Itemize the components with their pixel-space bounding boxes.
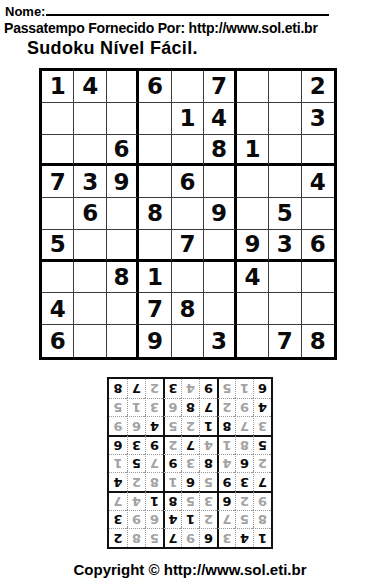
solution-cell: 4: [235, 528, 253, 547]
solution-cell: 4: [109, 472, 127, 491]
puzzle-cell[interactable]: [74, 135, 106, 167]
puzzle-cell[interactable]: [269, 293, 301, 325]
puzzle-cell[interactable]: [107, 230, 139, 262]
solution-cell: 8: [127, 528, 145, 547]
name-blank-line: [46, 2, 329, 16]
solution-cell: 6: [145, 510, 163, 529]
puzzle-cell[interactable]: [302, 198, 334, 230]
puzzle-cell[interactable]: [172, 135, 204, 167]
puzzle-cell[interactable]: 3: [204, 325, 236, 357]
copyright-text: Copyright © http://www.sol.eti.br: [0, 561, 380, 578]
solution-cell: 1: [109, 454, 127, 473]
puzzle-cell[interactable]: [302, 262, 334, 294]
solution-cell: 4: [181, 379, 199, 398]
puzzle-cell[interactable]: 6: [302, 230, 334, 262]
solution-cell: 5: [253, 435, 271, 454]
solution-cell: 9: [145, 435, 163, 454]
puzzle-cell[interactable]: 4: [302, 166, 334, 198]
puzzle-cell[interactable]: 7: [139, 293, 171, 325]
solution-cell: 2: [109, 528, 127, 547]
puzzle-cell[interactable]: [237, 198, 269, 230]
puzzle-cell[interactable]: [269, 262, 301, 294]
puzzle-cell[interactable]: [237, 325, 269, 357]
solution-cell: 3: [145, 398, 163, 417]
solution-grid: 1436975828572146939263581477395618242648…: [107, 377, 273, 549]
puzzle-cell[interactable]: [204, 262, 236, 294]
puzzle-cell[interactable]: [42, 198, 74, 230]
puzzle-cell[interactable]: [269, 166, 301, 198]
solution-cell: 7: [253, 472, 271, 491]
solution-cell: 8: [217, 416, 235, 435]
puzzle-cell[interactable]: 7: [42, 166, 74, 198]
puzzle-cell[interactable]: [172, 325, 204, 357]
puzzle-cell[interactable]: [172, 71, 204, 103]
solution-cell: 5: [163, 416, 181, 435]
solution-cell: 2: [181, 416, 199, 435]
puzzle-cell[interactable]: [42, 262, 74, 294]
solution-cell: 1: [163, 472, 181, 491]
puzzle-cell[interactable]: [42, 135, 74, 167]
puzzle-cell[interactable]: [204, 166, 236, 198]
puzzle-cell[interactable]: 9: [237, 230, 269, 262]
solution-cell: 3: [181, 454, 199, 473]
puzzle-cell[interactable]: [107, 325, 139, 357]
name-label: Nome:: [5, 4, 45, 19]
puzzle-cell[interactable]: [269, 71, 301, 103]
sudoku-grid: 146721436817396468955793681447869378: [39, 68, 337, 360]
solution-cell: 2: [163, 435, 181, 454]
puzzle-cell[interactable]: [139, 230, 171, 262]
name-row: Nome:: [5, 2, 329, 19]
solution-cell: 1: [127, 398, 145, 417]
solution-cell: 9: [217, 472, 235, 491]
puzzle-cell[interactable]: 9: [204, 198, 236, 230]
solution-cell: 5: [199, 472, 217, 491]
puzzle-cell[interactable]: 2: [302, 71, 334, 103]
solution-cell: 7: [181, 435, 199, 454]
solution-cell: 2: [253, 454, 271, 473]
solution-cell: 6: [163, 398, 181, 417]
puzzle-cell[interactable]: [74, 230, 106, 262]
puzzle-cell[interactable]: 8: [139, 198, 171, 230]
puzzle-cell[interactable]: [107, 103, 139, 135]
puzzle-cell[interactable]: 1: [42, 71, 74, 103]
puzzle-cell[interactable]: 8: [107, 262, 139, 294]
solution-cell: 5: [145, 528, 163, 547]
puzzle-cell[interactable]: [139, 135, 171, 167]
solution-cell: 2: [127, 472, 145, 491]
puzzle-cell[interactable]: 9: [107, 166, 139, 198]
solution-cell: 8: [199, 454, 217, 473]
puzzle-cell[interactable]: [42, 103, 74, 135]
solution-cell: 5: [127, 454, 145, 473]
provided-by-text: Passatempo Fornecido Por: http://www.sol…: [4, 20, 318, 36]
puzzle-cell[interactable]: [237, 103, 269, 135]
solution-cell: 6: [253, 379, 271, 398]
puzzle-cell[interactable]: [172, 198, 204, 230]
puzzle-cell[interactable]: [139, 166, 171, 198]
puzzle-cell[interactable]: 6: [172, 166, 204, 198]
solution-cell: 4: [163, 510, 181, 529]
solution-cell: 1: [145, 491, 163, 510]
puzzle-cell[interactable]: 5: [42, 230, 74, 262]
solution-cell: 5: [181, 491, 199, 510]
puzzle-cell[interactable]: [74, 293, 106, 325]
solution-cell: 6: [181, 472, 199, 491]
solution-cell: 4: [127, 491, 145, 510]
puzzle-cell[interactable]: 7: [204, 71, 236, 103]
puzzle-cell[interactable]: 6: [107, 135, 139, 167]
solution-cell: 8: [253, 510, 271, 529]
solution-cell: 9: [127, 510, 145, 529]
solution-cell: 9: [199, 379, 217, 398]
solution-cell: 1: [181, 510, 199, 529]
puzzle-cell[interactable]: [107, 71, 139, 103]
puzzle-cell[interactable]: 8: [302, 325, 334, 357]
solution-cell: 6: [109, 435, 127, 454]
puzzle-cell[interactable]: 6: [139, 71, 171, 103]
solution-cell: 8: [109, 379, 127, 398]
puzzle-cell[interactable]: 5: [269, 198, 301, 230]
solution-cell: 6: [127, 416, 145, 435]
puzzle-cell[interactable]: [74, 262, 106, 294]
solution-cell: 8: [163, 491, 181, 510]
solution-cell: 3: [163, 379, 181, 398]
solution-cell: 7: [127, 379, 145, 398]
solution-cell: 6: [199, 528, 217, 547]
solution-cell: 5: [109, 398, 127, 417]
solution-cell: 3: [199, 491, 217, 510]
puzzle-cell[interactable]: 9: [139, 325, 171, 357]
solution-cell: 2: [217, 398, 235, 417]
solution-cell: 8: [145, 472, 163, 491]
puzzle-cell[interactable]: 7: [172, 230, 204, 262]
solution-cell: 2: [235, 491, 253, 510]
solution-cell: 7: [217, 510, 235, 529]
solution-cell: 7: [235, 416, 253, 435]
puzzle-cell[interactable]: [269, 103, 301, 135]
solution-cell: 7: [145, 454, 163, 473]
puzzle-cell[interactable]: 4: [237, 262, 269, 294]
solution-cell: 2: [199, 510, 217, 529]
solution-cell: 9: [235, 398, 253, 417]
puzzle-cell[interactable]: 6: [42, 325, 74, 357]
solution-cell: 2: [145, 379, 163, 398]
solution-cell: 8: [181, 398, 199, 417]
solution-cell: 3: [109, 510, 127, 529]
puzzle-cell[interactable]: [237, 71, 269, 103]
puzzle-cell[interactable]: [204, 293, 236, 325]
solution-cell: 9: [163, 454, 181, 473]
puzzle-cell[interactable]: [74, 103, 106, 135]
puzzle-cell[interactable]: [269, 135, 301, 167]
puzzle-cell[interactable]: 8: [172, 293, 204, 325]
puzzle-cell[interactable]: 3: [269, 230, 301, 262]
puzzle-cell[interactable]: 3: [302, 103, 334, 135]
puzzle-cell[interactable]: [237, 166, 269, 198]
solution-cell: 9: [181, 528, 199, 547]
puzzle-cell[interactable]: [107, 293, 139, 325]
solution-cell: 9: [109, 416, 127, 435]
solution-cell: 1: [217, 435, 235, 454]
puzzle-cell[interactable]: [139, 103, 171, 135]
puzzle-cell[interactable]: [302, 135, 334, 167]
solution-cell: 4: [217, 454, 235, 473]
solution-cell: 7: [163, 528, 181, 547]
solution-cell: 7: [199, 398, 217, 417]
puzzle-cell[interactable]: [172, 262, 204, 294]
solution-cell: 4: [253, 398, 271, 417]
solution-cell: 5: [217, 379, 235, 398]
puzzle-cell[interactable]: [74, 325, 106, 357]
solution-cell: 6: [217, 491, 235, 510]
puzzle-cell[interactable]: [107, 198, 139, 230]
puzzle-cell[interactable]: [204, 230, 236, 262]
puzzle-cell[interactable]: 4: [42, 293, 74, 325]
puzzle-cell[interactable]: 4: [204, 103, 236, 135]
puzzle-cell[interactable]: 1: [237, 135, 269, 167]
solution-cell: 1: [253, 528, 271, 547]
puzzle-cell[interactable]: [302, 293, 334, 325]
solution-cell: 3: [235, 472, 253, 491]
solution-cell: 6: [235, 454, 253, 473]
solution-cell: 7: [109, 491, 127, 510]
puzzle-cell[interactable]: 4: [74, 71, 106, 103]
puzzle-cell[interactable]: 1: [139, 262, 171, 294]
puzzle-cell[interactable]: 7: [269, 325, 301, 357]
solution-cell: 3: [217, 528, 235, 547]
solution-cell: 9: [253, 491, 271, 510]
solution-cell: 3: [127, 435, 145, 454]
solution-cell: 1: [235, 379, 253, 398]
puzzle-cell[interactable]: 6: [74, 198, 106, 230]
solution-cell: 4: [199, 435, 217, 454]
solution-cell: 3: [253, 416, 271, 435]
puzzle-cell[interactable]: [237, 293, 269, 325]
solution-cell: 1: [199, 416, 217, 435]
page-title: Sudoku Nível Fácil.: [27, 38, 198, 59]
solution-cell: 4: [145, 416, 163, 435]
solution-cell: 5: [235, 510, 253, 529]
puzzle-cell[interactable]: 8: [204, 135, 236, 167]
puzzle-cell[interactable]: 1: [172, 103, 204, 135]
solution-cell: 8: [235, 435, 253, 454]
puzzle-cell[interactable]: 3: [74, 166, 106, 198]
